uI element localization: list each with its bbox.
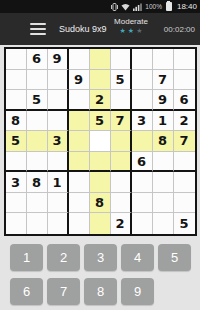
cell-r4c3[interactable]	[48, 111, 69, 132]
cell-r6c5[interactable]	[90, 152, 111, 173]
cell-r4c7[interactable]: 3	[132, 111, 153, 132]
cell-r3c4[interactable]	[69, 90, 90, 111]
cell-r5c7[interactable]	[132, 131, 153, 152]
cell-r3c8[interactable]: 9	[153, 90, 174, 111]
cell-r1c5[interactable]	[90, 49, 111, 70]
cell-r3c2[interactable]: 5	[27, 90, 48, 111]
battery-percent: 100%	[145, 3, 162, 10]
cell-r8c7[interactable]	[132, 193, 153, 214]
cell-r6c2[interactable]	[27, 152, 48, 173]
cell-r1c2[interactable]: 6	[27, 49, 48, 70]
star-icon-2: ★	[128, 27, 134, 35]
key-4[interactable]: 4	[121, 244, 154, 271]
key-3[interactable]: 3	[84, 244, 117, 271]
cell-r5c5[interactable]	[90, 131, 111, 152]
difficulty: Moderate ★★★	[108, 17, 154, 35]
cell-r8c3[interactable]	[48, 193, 69, 214]
cell-r1c8[interactable]	[153, 49, 174, 70]
cell-r4c2[interactable]	[27, 111, 48, 132]
cell-r9c8[interactable]	[153, 213, 174, 234]
cell-r1c1[interactable]	[6, 49, 27, 70]
cell-r3c9[interactable]: 6	[174, 90, 195, 111]
keypad-row: 12345	[10, 244, 200, 271]
cell-r1c3[interactable]: 9	[48, 49, 69, 70]
cell-r9c3[interactable]	[48, 213, 69, 234]
cell-r3c7[interactable]	[132, 90, 153, 111]
difficulty-stars: ★★★	[120, 27, 143, 35]
cell-r7c7[interactable]	[132, 172, 153, 193]
cell-r5c6[interactable]	[111, 131, 132, 152]
cell-r6c9[interactable]	[174, 152, 195, 173]
number-keypad: 123456789	[0, 244, 200, 305]
cell-r7c1[interactable]: 3	[6, 172, 27, 193]
menu-icon[interactable]	[30, 23, 46, 36]
cell-r2c9[interactable]	[174, 70, 195, 91]
cell-r3c1[interactable]	[6, 90, 27, 111]
cell-r4c5[interactable]: 5	[90, 111, 111, 132]
wifi-icon	[121, 3, 130, 11]
cell-r4c8[interactable]: 1	[153, 111, 174, 132]
sudoku-board: 69957529685731253876381825	[4, 47, 197, 236]
cell-r5c4[interactable]	[69, 131, 90, 152]
cell-r9c4[interactable]	[69, 213, 90, 234]
cell-r9c6[interactable]: 2	[111, 213, 132, 234]
cell-r6c8[interactable]	[153, 152, 174, 173]
board-area: 69957529685731253876381825	[0, 45, 200, 236]
cell-r4c9[interactable]: 2	[174, 111, 195, 132]
cell-r9c1[interactable]	[6, 213, 27, 234]
cell-r2c5[interactable]	[90, 70, 111, 91]
cell-r8c8[interactable]	[153, 193, 174, 214]
cell-r7c9[interactable]	[174, 172, 195, 193]
cell-r1c7[interactable]	[132, 49, 153, 70]
cell-r3c6[interactable]	[111, 90, 132, 111]
status-time: 18:40	[177, 2, 197, 11]
cell-r5c2[interactable]	[27, 131, 48, 152]
cell-r7c5[interactable]	[90, 172, 111, 193]
cell-r8c9[interactable]	[174, 193, 195, 214]
star-icon-1: ★	[120, 27, 126, 35]
cell-r6c1[interactable]	[6, 152, 27, 173]
cell-r2c4[interactable]: 9	[69, 70, 90, 91]
keypad-row: 6789	[10, 278, 200, 305]
cell-r9c2[interactable]	[27, 213, 48, 234]
cell-r5c8[interactable]: 8	[153, 131, 174, 152]
cell-r1c9[interactable]	[174, 49, 195, 70]
cell-r4c1[interactable]: 8	[6, 111, 27, 132]
signal-icon	[133, 3, 142, 11]
cell-r5c9[interactable]: 7	[174, 131, 195, 152]
cell-r9c5[interactable]	[90, 213, 111, 234]
key-1[interactable]: 1	[10, 244, 43, 271]
cell-r2c1[interactable]	[6, 70, 27, 91]
game-timer: 00:02:00	[164, 25, 195, 34]
cell-r7c3[interactable]: 1	[48, 172, 69, 193]
key-5[interactable]: 5	[158, 244, 191, 271]
cell-r7c6[interactable]	[111, 172, 132, 193]
cell-r2c3[interactable]	[48, 70, 69, 91]
cell-r9c9[interactable]: 5	[174, 213, 195, 234]
cell-r2c8[interactable]: 7	[153, 70, 174, 91]
cell-r1c6[interactable]	[111, 49, 132, 70]
cell-r5c1[interactable]: 5	[6, 131, 27, 152]
cell-r4c6[interactable]: 7	[111, 111, 132, 132]
cell-r1c4[interactable]	[69, 49, 90, 70]
cell-r8c4[interactable]	[69, 193, 90, 214]
star-icon-3: ★	[136, 27, 142, 35]
key-9[interactable]: 9	[121, 278, 154, 305]
cell-r7c2[interactable]: 8	[27, 172, 48, 193]
key-6[interactable]: 6	[10, 278, 43, 305]
status-bar: 100% 18:40	[0, 0, 200, 13]
cell-r8c6[interactable]	[111, 193, 132, 214]
cell-r7c4[interactable]	[69, 172, 90, 193]
cell-r4c4[interactable]	[69, 111, 90, 132]
difficulty-label: Moderate	[114, 17, 148, 27]
vibrate-icon	[111, 3, 118, 11]
cell-r6c7[interactable]: 6	[132, 152, 153, 173]
key-7[interactable]: 7	[47, 278, 80, 305]
cell-r7c8[interactable]	[153, 172, 174, 193]
battery-icon	[166, 2, 172, 11]
cell-r9c7[interactable]	[132, 213, 153, 234]
key-8[interactable]: 8	[84, 278, 117, 305]
app-bar: Sudoku 9x9 Moderate ★★★ 00:02:00	[0, 13, 200, 45]
cell-r8c1[interactable]	[6, 193, 27, 214]
cell-r5c3[interactable]: 3	[48, 131, 69, 152]
cell-r8c5[interactable]: 8	[90, 193, 111, 214]
cell-r2c7[interactable]	[132, 70, 153, 91]
cell-r2c2[interactable]	[27, 70, 48, 91]
cell-r6c4[interactable]	[69, 152, 90, 173]
cell-r6c3[interactable]	[48, 152, 69, 173]
cell-r6c6[interactable]	[111, 152, 132, 173]
cell-r8c2[interactable]	[27, 193, 48, 214]
cell-r2c6[interactable]: 5	[111, 70, 132, 91]
key-2[interactable]: 2	[47, 244, 80, 271]
cell-r3c5[interactable]: 2	[90, 90, 111, 111]
app-title: Sudoku 9x9	[59, 24, 107, 34]
cell-r3c3[interactable]	[48, 90, 69, 111]
